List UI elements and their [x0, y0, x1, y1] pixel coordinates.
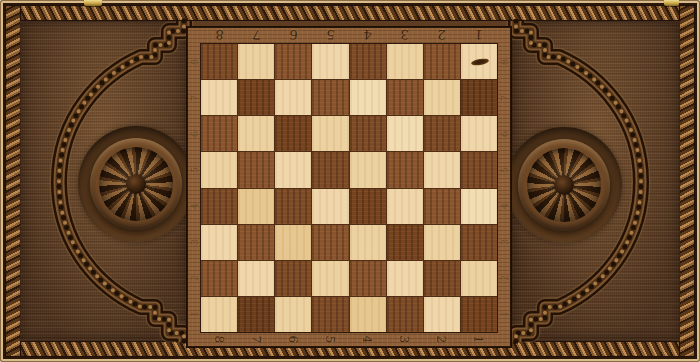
board-square[interactable]: [201, 261, 237, 296]
board-square[interactable]: [201, 152, 237, 187]
board-square[interactable]: [238, 116, 274, 151]
board-square[interactable]: [461, 225, 497, 260]
board-square[interactable]: [350, 152, 386, 187]
board-square[interactable]: [387, 297, 423, 332]
coordinates-top: 87654321: [201, 27, 497, 43]
brass-hinge-right: [664, 0, 679, 6]
coordinates-bottom: 87654321: [201, 332, 497, 347]
board-square[interactable]: [461, 189, 497, 224]
board-square[interactable]: [275, 189, 311, 224]
board-square[interactable]: [424, 225, 460, 260]
board-square[interactable]: [461, 80, 497, 115]
board-square[interactable]: [312, 116, 348, 151]
rope-border-top: [5, 5, 695, 21]
board-square[interactable]: [275, 297, 311, 332]
rosette-center: [554, 175, 574, 195]
board-square[interactable]: [461, 116, 497, 151]
board-square[interactable]: [350, 225, 386, 260]
board-square[interactable]: [312, 225, 348, 260]
coordinate-label: 5: [311, 26, 349, 45]
board-square[interactable]: [350, 261, 386, 296]
chessboard: [201, 44, 497, 332]
coordinate-label: 1: [459, 26, 497, 45]
board-square[interactable]: [201, 189, 237, 224]
board-square[interactable]: [424, 116, 460, 151]
board-square[interactable]: [312, 44, 348, 79]
board-square[interactable]: [461, 44, 497, 79]
board-square[interactable]: [387, 189, 423, 224]
board-square[interactable]: [312, 80, 348, 115]
board-square[interactable]: [275, 225, 311, 260]
board-square[interactable]: [350, 80, 386, 115]
board-square[interactable]: [424, 189, 460, 224]
spiral-rosette-right: [506, 127, 622, 243]
board-square[interactable]: [424, 261, 460, 296]
board-square[interactable]: [238, 261, 274, 296]
board-square[interactable]: [275, 80, 311, 115]
board-square[interactable]: [387, 261, 423, 296]
board-square[interactable]: [312, 297, 348, 332]
board-square[interactable]: [387, 225, 423, 260]
board-square[interactable]: [275, 44, 311, 79]
board-square[interactable]: [350, 116, 386, 151]
chessboard-frame: 87654321 87654321 87654321 87654321: [187, 27, 511, 347]
board-square[interactable]: [350, 44, 386, 79]
board-square[interactable]: [350, 297, 386, 332]
brass-hinge-left: [84, 0, 102, 6]
coordinate-label: 3: [385, 26, 423, 45]
board-square[interactable]: [424, 297, 460, 332]
board-square[interactable]: [461, 152, 497, 187]
board-square[interactable]: [201, 80, 237, 115]
coordinate-label: 8: [200, 26, 238, 45]
board-square[interactable]: [350, 189, 386, 224]
board-square[interactable]: [424, 80, 460, 115]
rosette-center: [126, 174, 146, 194]
board-square[interactable]: [387, 80, 423, 115]
board-square[interactable]: [461, 297, 497, 332]
coordinate-label: 4: [348, 26, 386, 45]
coordinate-label: 6: [274, 26, 312, 45]
rope-border-left: [5, 5, 21, 357]
board-square[interactable]: [201, 225, 237, 260]
board-square[interactable]: [201, 297, 237, 332]
coordinate-label: 2: [422, 26, 460, 45]
board-square[interactable]: [312, 152, 348, 187]
board-square[interactable]: [201, 116, 237, 151]
board-square[interactable]: [387, 152, 423, 187]
board-square[interactable]: [238, 44, 274, 79]
board-square[interactable]: [238, 225, 274, 260]
board-square[interactable]: [275, 152, 311, 187]
board-square[interactable]: [238, 152, 274, 187]
board-square[interactable]: [275, 261, 311, 296]
board-square[interactable]: [238, 80, 274, 115]
board-square[interactable]: [312, 189, 348, 224]
board-square[interactable]: [461, 261, 497, 296]
board-square[interactable]: [238, 297, 274, 332]
board-square[interactable]: [387, 44, 423, 79]
wooden-chess-case: 87654321 87654321 87654321 87654321: [0, 0, 700, 362]
board-square[interactable]: [238, 189, 274, 224]
coordinate-label: 7: [237, 26, 275, 45]
board-square[interactable]: [387, 116, 423, 151]
board-square[interactable]: [424, 44, 460, 79]
rope-border-right: [679, 5, 695, 357]
coordinates-left: 87654321: [187, 44, 201, 332]
board-square[interactable]: [275, 116, 311, 151]
coordinates-right: 87654321: [497, 44, 511, 332]
board-square[interactable]: [424, 152, 460, 187]
board-square[interactable]: [201, 44, 237, 79]
spiral-rosette-left: [78, 126, 194, 242]
board-square[interactable]: [312, 261, 348, 296]
